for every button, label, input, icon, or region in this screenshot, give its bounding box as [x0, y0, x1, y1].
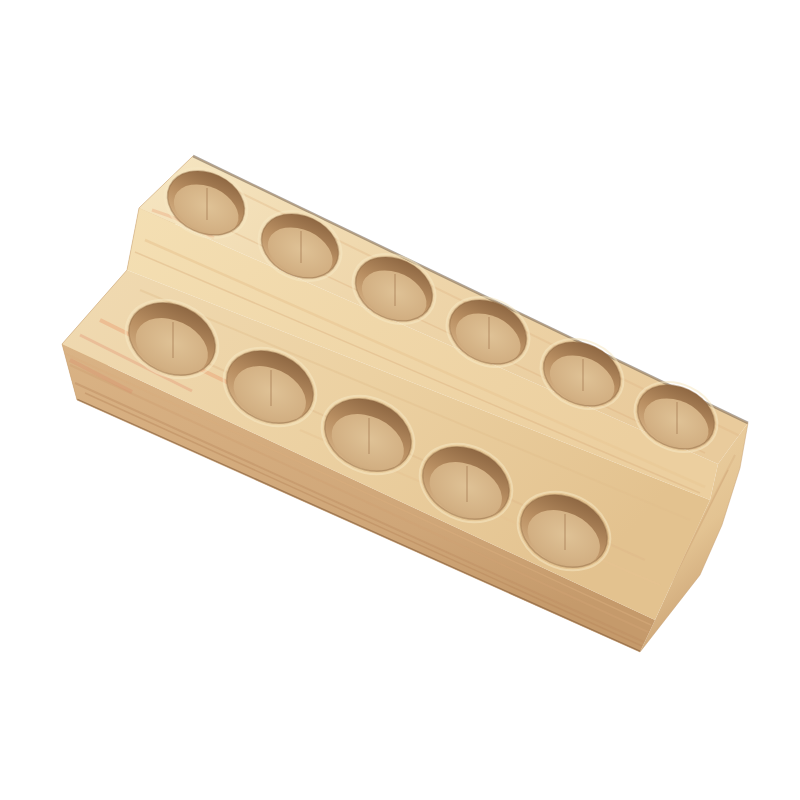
wooden-two-tier-pit-board: [0, 0, 800, 800]
product-photo-scene: [0, 0, 800, 800]
